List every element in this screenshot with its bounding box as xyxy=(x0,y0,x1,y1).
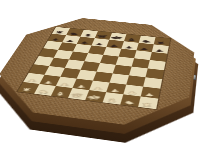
piece-white-queen: ♛ xyxy=(68,93,86,98)
chess-board: ♜♞♝♛♚♝♞♜♟♟♟♟♟♟♟♟♟♟♟♟♟♟♟♟♜♞♝♛♚♝♞♜ xyxy=(0,14,197,133)
checkerboard: ♜♞♝♛♚♝♞♜♟♟♟♟♟♟♟♟♟♟♟♟♟♟♟♟♜♞♝♛♚♝♞♜ xyxy=(18,27,171,109)
piece-white-bishop: ♝ xyxy=(51,91,69,96)
piece-white-rook: ♜ xyxy=(138,103,157,107)
piece-white-bishop: ♝ xyxy=(103,98,121,103)
piece-white-knight: ♞ xyxy=(34,90,52,94)
piece-white-rook: ♜ xyxy=(18,88,36,92)
scene: ♜♞♝♛♚♝♞♜♟♟♟♟♟♟♟♟♟♟♟♟♟♟♟♟♜♞♝♛♚♝♞♜ xyxy=(0,0,200,155)
piece-white-knight: ♞ xyxy=(120,100,138,105)
product-photo-chess-set: ♜♞♝♛♚♝♞♜♟♟♟♟♟♟♟♟♟♟♟♟♟♟♟♟♜♞♝♛♚♝♞♜ xyxy=(0,0,200,155)
piece-white-king: ♚ xyxy=(85,95,103,101)
square-h1: ♜ xyxy=(138,96,158,109)
